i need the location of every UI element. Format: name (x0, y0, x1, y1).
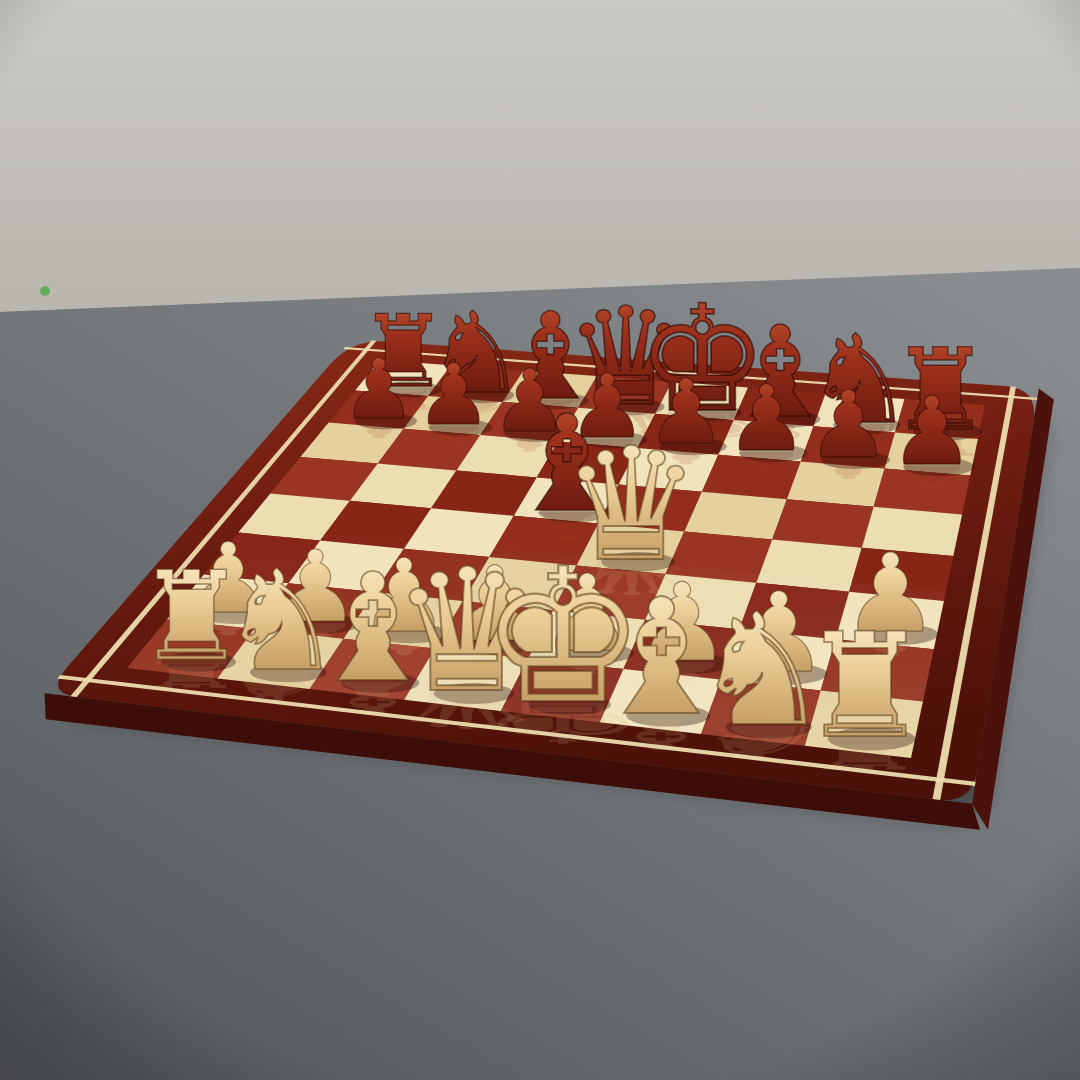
photo-vignette (0, 0, 1080, 1080)
chess-set-photo: ♜♜♞♞♝♝♛♛♚♚♝♝♟♟♞♞♟♟♜♜♟♟♟♟♟♟♟♟♟♟♟♟♝♝♛♛♟♟♟♟… (0, 0, 1080, 1080)
product-photo-scene: ♜♜♞♞♝♝♛♛♚♚♝♝♟♟♞♞♟♟♜♜♟♟♟♟♟♟♟♟♟♟♟♟♝♝♛♛♟♟♟♟… (0, 0, 1080, 1080)
